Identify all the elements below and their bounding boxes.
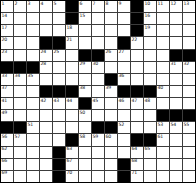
clue-number: 14 (2, 13, 7, 18)
cell-r7c11[interactable] (131, 74, 143, 85)
cell-r2c1[interactable]: 14 (1, 13, 13, 24)
cell-r1c13[interactable]: 11 (157, 1, 169, 12)
cell-r14c14[interactable] (170, 159, 182, 170)
clue-number: 37 (2, 85, 7, 90)
clue-number: 1 (2, 1, 5, 6)
clue-number: 35 (28, 73, 33, 78)
cell-r12c15[interactable] (183, 134, 195, 145)
clue-number: 16 (145, 13, 150, 18)
cell-r13c2[interactable] (14, 147, 26, 158)
black-cell-r3c11 (131, 25, 143, 36)
clue-number: 21 (67, 37, 72, 42)
cell-r13c14[interactable] (170, 147, 182, 158)
cell-r13c9[interactable] (105, 147, 117, 158)
clue-number: 63 (67, 146, 72, 151)
black-cell-r8c4 (40, 86, 52, 97)
cell-r6c13[interactable] (157, 62, 169, 73)
cell-r7c6[interactable] (66, 74, 78, 85)
cell-r4c6[interactable]: 21 (66, 37, 78, 48)
cell-r15c11[interactable]: 71 (131, 171, 143, 182)
cell-r1c12[interactable]: 10 (144, 1, 156, 12)
cell-r6c4[interactable]: 28 (40, 62, 52, 73)
clue-number: 61 (158, 134, 163, 139)
cell-r7c14[interactable] (170, 74, 182, 85)
black-cell-r8c11 (131, 86, 143, 97)
clue-number: 41 (2, 98, 7, 103)
cell-r7c8[interactable] (92, 74, 104, 85)
clue-number: 57 (15, 134, 20, 139)
cell-r9c14[interactable] (170, 98, 182, 109)
clue-number: 70 (67, 170, 72, 175)
cell-r6c11[interactable] (131, 62, 143, 73)
cell-r4c8[interactable] (92, 37, 104, 48)
cell-r5c11[interactable] (131, 50, 143, 61)
clue-number: 32 (184, 61, 189, 66)
cell-r2c9[interactable] (105, 13, 117, 24)
cell-r5c10[interactable]: 27 (118, 50, 130, 61)
cell-r6c8[interactable]: 30 (92, 62, 104, 73)
clue-number: 29 (80, 61, 85, 66)
cell-r10c5[interactable] (53, 110, 65, 121)
cell-r6c10[interactable] (118, 62, 130, 73)
black-cell-r4c5 (53, 37, 65, 48)
cell-r4c15[interactable] (183, 37, 195, 48)
cell-r10c11[interactable] (131, 110, 143, 121)
cell-r7c5[interactable] (53, 74, 65, 85)
cell-r15c14[interactable] (170, 171, 182, 182)
cell-r12c2[interactable]: 57 (14, 134, 26, 145)
clue-number: 5 (54, 1, 57, 6)
cell-r15c15[interactable] (183, 171, 195, 182)
cell-r13c4[interactable] (40, 147, 52, 158)
black-cell-r10c13 (157, 110, 169, 121)
cell-r14c12[interactable] (144, 159, 156, 170)
cell-r7c1[interactable]: 33 (1, 74, 13, 85)
cell-r2c12[interactable]: 16 (144, 13, 156, 24)
cell-r9c3[interactable] (27, 98, 39, 109)
cell-r12c4[interactable] (40, 134, 52, 145)
cell-r8c7[interactable]: 38 (79, 86, 91, 97)
black-cell-r8c12 (144, 86, 156, 97)
cell-r9c10[interactable]: 46 (118, 98, 130, 109)
clue-number: 58 (80, 134, 85, 139)
clue-number: 11 (158, 1, 163, 6)
clue-number: 56 (2, 134, 7, 139)
black-cell-r6c3 (27, 62, 39, 73)
black-cell-r14c5 (53, 159, 65, 170)
clue-number: 55 (184, 122, 189, 127)
cell-r13c1[interactable]: 62 (1, 147, 13, 158)
cell-r12c7[interactable]: 58 (79, 134, 91, 145)
cell-r12c9[interactable]: 60 (105, 134, 117, 145)
cell-r7c15[interactable] (183, 74, 195, 85)
black-cell-r1c11 (131, 1, 143, 12)
cell-r3c9[interactable] (105, 25, 117, 36)
cell-r13c10[interactable] (118, 147, 130, 158)
cell-r7c3[interactable]: 35 (27, 74, 39, 85)
cell-r9c15[interactable] (183, 98, 195, 109)
cell-r12c13[interactable]: 61 (157, 134, 169, 145)
black-cell-r4c4 (40, 37, 52, 48)
clue-number: 24 (41, 49, 46, 54)
cell-r13c12[interactable]: 65 (144, 147, 156, 158)
clue-number: 49 (2, 110, 7, 115)
clue-number: 17 (2, 25, 7, 30)
clue-number: 60 (106, 134, 111, 139)
black-cell-r5c7 (79, 50, 91, 61)
cell-r10c7[interactable]: 50 (79, 110, 91, 121)
clue-number: 46 (119, 98, 124, 103)
clue-number: 53 (158, 122, 163, 127)
black-cell-r1c6 (66, 1, 78, 12)
clue-number: 20 (2, 37, 7, 42)
clue-number: 36 (119, 73, 124, 78)
black-cell-r12c6 (66, 134, 78, 145)
cell-r3c15[interactable] (183, 25, 195, 36)
cell-r11c15[interactable]: 55 (183, 122, 195, 133)
cell-r13c13[interactable] (157, 147, 169, 158)
cell-r13c6[interactable]: 63 (66, 147, 78, 158)
clue-number: 52 (119, 122, 124, 127)
cell-r13c15[interactable] (183, 147, 195, 158)
cell-r4c7[interactable] (79, 37, 91, 48)
cell-r11c7[interactable] (79, 122, 91, 133)
black-cell-r10c15 (183, 110, 195, 121)
cell-r9c2[interactable] (14, 98, 26, 109)
clue-number: 27 (119, 49, 124, 54)
cell-r1c2[interactable]: 2 (14, 1, 26, 12)
clue-number: 62 (2, 146, 7, 151)
cell-r9c1[interactable]: 41 (1, 98, 13, 109)
cell-r3c1[interactable]: 17 (1, 25, 13, 36)
black-cell-r8c10 (118, 86, 130, 97)
cell-r11c3[interactable]: 51 (27, 122, 39, 133)
cell-r6c9[interactable] (105, 62, 117, 73)
clue-number: 67 (67, 158, 72, 163)
clue-number: 33 (2, 73, 7, 78)
black-cell-r15c5 (53, 171, 65, 182)
clue-number: 18 (67, 25, 72, 30)
black-cell-r9c7 (79, 98, 91, 109)
cell-r11c10[interactable]: 52 (118, 122, 130, 133)
cell-r9c4[interactable]: 42 (40, 98, 52, 109)
cell-r13c8[interactable] (92, 147, 104, 158)
clue-number: 45 (93, 98, 98, 103)
cell-r5c1[interactable]: 23 (1, 50, 13, 61)
clue-number: 38 (80, 85, 85, 90)
black-cell-r15c10 (118, 171, 130, 182)
cell-r8c14[interactable] (170, 86, 182, 97)
cell-r13c11[interactable]: 64 (131, 147, 143, 158)
cell-r8c8[interactable] (92, 86, 104, 97)
cell-r8c3[interactable] (27, 86, 39, 97)
cell-r9c13[interactable] (157, 98, 169, 109)
black-cell-r11c8 (92, 122, 104, 133)
black-cell-r8c6 (66, 86, 78, 97)
clue-number: 39 (106, 85, 111, 90)
cell-r2c2[interactable] (14, 13, 26, 24)
cell-r2c15[interactable] (183, 13, 195, 24)
clue-number: 48 (145, 98, 150, 103)
clue-number: 44 (67, 98, 72, 103)
black-cell-r11c1 (1, 122, 13, 133)
cell-r5c5[interactable]: 25 (53, 50, 65, 61)
cell-r14c9[interactable] (105, 159, 117, 170)
cell-r10c2[interactable] (14, 110, 26, 121)
cell-r2c14[interactable] (170, 13, 182, 24)
cell-r15c12[interactable] (144, 171, 156, 182)
clue-number: 22 (132, 37, 137, 42)
clue-number: 34 (15, 73, 20, 78)
cell-r12c5[interactable] (53, 134, 65, 145)
cell-r13c7[interactable] (79, 147, 91, 158)
cell-r9c9[interactable] (105, 98, 117, 109)
cell-r4c9[interactable] (105, 37, 117, 48)
cell-r7c7[interactable] (79, 74, 91, 85)
black-cell-r5c15 (183, 50, 195, 61)
cell-r1c15[interactable]: 13 (183, 1, 195, 12)
cell-r15c8[interactable] (92, 171, 104, 182)
cell-r15c3[interactable] (27, 171, 39, 182)
cell-r12c14[interactable] (170, 134, 182, 145)
cell-r5c12[interactable] (144, 50, 156, 61)
cell-r1c8[interactable]: 7 (92, 1, 104, 12)
cell-r2c3[interactable] (27, 13, 39, 24)
clue-number: 13 (184, 1, 189, 6)
clue-number: 42 (41, 98, 46, 103)
cell-r7c10[interactable]: 36 (118, 74, 130, 85)
cell-r6c15[interactable]: 32 (183, 62, 195, 73)
cell-r5c3[interactable] (27, 50, 39, 61)
clue-number: 65 (145, 146, 150, 151)
cell-r6c5[interactable] (53, 62, 65, 73)
black-cell-r5c8 (92, 50, 104, 61)
cell-r10c8[interactable] (92, 110, 104, 121)
cell-r3c2[interactable] (14, 25, 26, 36)
cell-r1c7[interactable]: 6 (79, 1, 91, 12)
clue-number: 7 (93, 1, 96, 6)
clue-number: 10 (145, 1, 150, 6)
cell-r3c10[interactable] (118, 25, 130, 36)
cell-r3c8[interactable] (92, 25, 104, 36)
clue-number: 26 (106, 49, 111, 54)
cell-r6c14[interactable]: 31 (170, 62, 182, 73)
cell-r3c12[interactable]: 19 (144, 25, 156, 36)
clue-number: 54 (171, 122, 176, 127)
cell-r9c8[interactable]: 45 (92, 98, 104, 109)
cell-r1c10[interactable]: 9 (118, 1, 130, 12)
cell-r1c1[interactable]: 1 (1, 1, 13, 12)
clue-number: 71 (132, 170, 137, 175)
cell-r1c5[interactable]: 5 (53, 1, 65, 12)
black-cell-r4c10 (118, 37, 130, 48)
clue-number: 31 (171, 61, 176, 66)
cell-r4c11[interactable]: 22 (131, 37, 143, 48)
cell-r15c4[interactable] (40, 171, 52, 182)
clue-number: 40 (158, 85, 163, 90)
cell-r7c13[interactable] (157, 74, 169, 85)
clue-number: 68 (132, 158, 137, 163)
cell-r2c8[interactable] (92, 13, 104, 24)
black-cell-r6c1 (1, 62, 13, 73)
cell-r11c4[interactable] (40, 122, 52, 133)
cell-r3c14[interactable] (170, 25, 182, 36)
cell-r8c1[interactable]: 37 (1, 86, 13, 97)
clue-number: 4 (41, 1, 44, 6)
clue-number: 6 (80, 1, 83, 6)
cell-r7c2[interactable]: 34 (14, 74, 26, 85)
clue-number: 12 (171, 1, 176, 6)
clue-number: 30 (93, 61, 98, 66)
cell-r3c3[interactable] (27, 25, 39, 36)
clue-number: 64 (132, 146, 137, 151)
cell-r9c6[interactable]: 44 (66, 98, 78, 109)
cell-r12c1[interactable]: 56 (1, 134, 13, 145)
cell-r9c5[interactable]: 43 (53, 98, 65, 109)
cell-r5c6[interactable] (66, 50, 78, 61)
cell-r14c2[interactable] (14, 159, 26, 170)
cell-r14c1[interactable]: 66 (1, 159, 13, 170)
cell-r6c7[interactable]: 29 (79, 62, 91, 73)
clue-number: 59 (93, 134, 98, 139)
cell-r15c6[interactable]: 70 (66, 171, 78, 182)
cell-r15c13[interactable] (157, 171, 169, 182)
cell-r15c1[interactable]: 69 (1, 171, 13, 182)
cell-r4c12[interactable] (144, 37, 156, 48)
cell-r3c4[interactable] (40, 25, 52, 36)
cell-r10c9[interactable] (105, 110, 117, 121)
cell-r7c4[interactable] (40, 74, 52, 85)
cell-r4c3[interactable] (27, 37, 39, 48)
cell-r12c10[interactable] (118, 134, 130, 145)
clue-number: 3 (28, 1, 31, 6)
cell-r10c6[interactable] (66, 110, 78, 121)
cell-r2c13[interactable] (157, 13, 169, 24)
cell-r11c13[interactable]: 53 (157, 122, 169, 133)
cell-r1c4[interactable]: 4 (40, 1, 52, 12)
cell-r1c14[interactable]: 12 (170, 1, 182, 12)
cell-r14c3[interactable] (27, 159, 39, 170)
cell-r10c1[interactable]: 49 (1, 110, 13, 121)
cell-r11c11[interactable] (131, 122, 143, 133)
black-cell-r10c14 (170, 110, 182, 121)
cell-r15c2[interactable] (14, 171, 26, 182)
cell-r4c1[interactable]: 20 (1, 37, 13, 48)
black-cell-r5c14 (170, 50, 182, 61)
clue-number: 69 (2, 170, 7, 175)
black-cell-r12c11 (131, 134, 143, 145)
clue-number: 25 (54, 49, 59, 54)
crossword-grid: 1234567891011121314151617181920212223242… (0, 0, 196, 183)
clue-number: 8 (106, 1, 109, 6)
black-cell-r11c2 (14, 122, 26, 133)
cell-r6c6[interactable] (66, 62, 78, 73)
cell-r8c13[interactable]: 40 (157, 86, 169, 97)
cell-r11c6[interactable] (66, 122, 78, 133)
cell-r4c2[interactable] (14, 37, 26, 48)
cell-r14c13[interactable] (157, 159, 169, 170)
clue-number: 47 (132, 98, 137, 103)
cell-r14c11[interactable]: 68 (131, 159, 143, 170)
cell-r10c12[interactable] (144, 110, 156, 121)
clue-number: 50 (80, 110, 85, 115)
cell-r3c7[interactable] (79, 25, 91, 36)
cell-r11c12[interactable] (144, 122, 156, 133)
cell-r8c15[interactable] (183, 86, 195, 97)
clue-number: 28 (41, 61, 46, 66)
black-cell-r2c11 (131, 13, 143, 24)
cell-r11c14[interactable]: 54 (170, 122, 182, 133)
cell-r12c8[interactable]: 59 (92, 134, 104, 145)
cell-r2c5[interactable] (53, 13, 65, 24)
clue-number: 9 (119, 1, 122, 6)
cell-r14c6[interactable]: 67 (66, 159, 78, 170)
clue-number: 15 (80, 13, 85, 18)
cell-r4c13[interactable] (157, 37, 169, 48)
cell-r3c6[interactable]: 18 (66, 25, 78, 36)
cell-r1c9[interactable]: 8 (105, 1, 117, 12)
black-cell-r13c5 (53, 147, 65, 158)
black-cell-r12c12 (144, 134, 156, 145)
cell-r11c5[interactable] (53, 122, 65, 133)
cell-r4c14[interactable] (170, 37, 182, 48)
black-cell-r7c9 (105, 74, 117, 85)
clue-number: 23 (2, 49, 7, 54)
cell-r3c13[interactable] (157, 25, 169, 36)
cell-r1c3[interactable]: 3 (27, 1, 39, 12)
black-cell-r2c6 (66, 13, 78, 24)
black-cell-r6c2 (14, 62, 26, 73)
black-cell-r8c5 (53, 86, 65, 97)
cell-r2c10[interactable] (118, 13, 130, 24)
cell-r14c15[interactable] (183, 159, 195, 170)
cell-r8c9[interactable]: 39 (105, 86, 117, 97)
cell-r5c13[interactable] (157, 50, 169, 61)
cell-r14c7[interactable] (79, 159, 91, 170)
cell-r10c3[interactable] (27, 110, 39, 121)
cell-r5c4[interactable]: 24 (40, 50, 52, 61)
cell-r8c2[interactable] (14, 86, 26, 97)
cell-r10c4[interactable] (40, 110, 52, 121)
cell-r5c2[interactable] (14, 50, 26, 61)
cell-r9c11[interactable]: 47 (131, 98, 143, 109)
black-cell-r11c9 (105, 122, 117, 133)
clue-number: 19 (145, 25, 150, 30)
cell-r10c10[interactable] (118, 110, 130, 121)
clue-number: 51 (28, 122, 33, 127)
cell-r14c8[interactable] (92, 159, 104, 170)
cell-r6c12[interactable] (144, 62, 156, 73)
clue-number: 43 (54, 98, 59, 103)
cell-r3c5[interactable] (53, 25, 65, 36)
cell-r12c3[interactable] (27, 134, 39, 145)
cell-r2c4[interactable] (40, 13, 52, 24)
black-cell-r14c10 (118, 159, 130, 170)
cell-r9c12[interactable]: 48 (144, 98, 156, 109)
cell-r13c3[interactable] (27, 147, 39, 158)
cell-r14c4[interactable] (40, 159, 52, 170)
cell-r2c7[interactable]: 15 (79, 13, 91, 24)
cell-r15c9[interactable] (105, 171, 117, 182)
cell-r5c9[interactable]: 26 (105, 50, 117, 61)
clue-number: 2 (15, 1, 18, 6)
cell-r7c12[interactable] (144, 74, 156, 85)
clue-number: 66 (2, 158, 7, 163)
cell-r15c7[interactable] (79, 171, 91, 182)
